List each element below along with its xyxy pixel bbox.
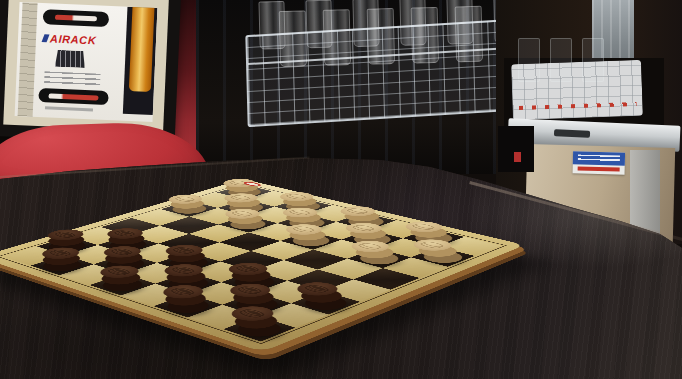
poster-bottom-badge (38, 88, 109, 105)
white-glass-basket (511, 60, 643, 121)
poster-mat: AIRACK (3, 0, 169, 131)
pint-glass-icon (367, 8, 395, 65)
black-cabinet-corner (498, 126, 534, 172)
dishwasher-side-panel (630, 150, 660, 236)
glass-rack-icon (55, 50, 86, 68)
poster-fine-print (45, 106, 93, 111)
pint-glass-icon (455, 6, 483, 63)
scene: AIRACK (0, 0, 682, 379)
door-handle[interactable] (554, 129, 590, 138)
sticker-warning-text (573, 164, 625, 174)
poster-brand-text: AIRACK (43, 32, 97, 46)
pint-glass-icon (411, 7, 439, 64)
poster-card: AIRACK (15, 2, 158, 122)
framed-poster: AIRACK (0, 0, 181, 144)
warning-sticker (573, 151, 626, 174)
pint-glass-icon (279, 10, 307, 67)
pint-glass-icon (323, 9, 351, 66)
beer-glass-icon (129, 2, 155, 92)
poster-top-badge (43, 9, 110, 27)
poster-side-column (18, 2, 38, 117)
poster-text-lines (44, 71, 101, 86)
